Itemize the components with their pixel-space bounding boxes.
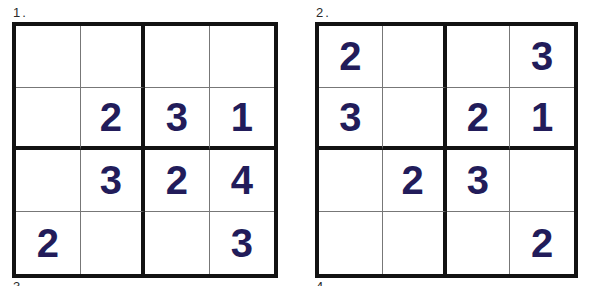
sudoku-empty-cell[interactable] [145,212,210,274]
sudoku-given-cell: 2 [16,212,81,274]
sudoku-given-cell: 3 [145,88,210,150]
sudoku-empty-cell[interactable] [81,26,146,88]
sudoku-given-cell: 2 [510,212,574,274]
puzzle-2-board: 23321232 [315,22,578,278]
sudoku-empty-cell[interactable] [16,150,81,212]
puzzle-2: 2. 23321232 [315,6,578,278]
sudoku-given-cell: 3 [81,150,146,212]
puzzle-1-board: 23132423 [12,22,278,278]
sudoku-empty-cell[interactable] [145,26,210,88]
sudoku-given-cell: 2 [145,150,210,212]
puzzle-2-label: 2. [316,6,578,20]
puzzle-1-label: 1. [13,6,278,20]
sudoku-given-cell: 4 [210,150,275,212]
sudoku-empty-cell[interactable] [383,26,447,88]
sudoku-given-cell: 2 [319,26,383,88]
sudoku-given-cell: 3 [510,26,574,88]
sudoku-given-cell: 3 [447,150,511,212]
puzzle-1: 1. 23132423 [12,6,278,278]
sudoku-empty-cell[interactable] [319,212,383,274]
sudoku-empty-cell[interactable] [447,212,511,274]
sudoku-empty-cell[interactable] [319,150,383,212]
sudoku-empty-cell[interactable] [510,150,574,212]
sudoku-empty-cell[interactable] [16,26,81,88]
sudoku-given-cell: 2 [81,88,146,150]
sudoku-given-cell: 3 [319,88,383,150]
sudoku-empty-cell[interactable] [383,212,447,274]
sudoku-empty-cell[interactable] [447,26,511,88]
sudoku-empty-cell[interactable] [210,26,275,88]
puzzle-4-label-cutoff: 4. [316,280,331,286]
sudoku-empty-cell[interactable] [81,212,146,274]
sudoku-empty-cell[interactable] [383,88,447,150]
sudoku-given-cell: 2 [447,88,511,150]
sudoku-given-cell: 2 [383,150,447,212]
sudoku-given-cell: 1 [210,88,275,150]
sudoku-given-cell: 3 [210,212,275,274]
sudoku-empty-cell[interactable] [16,88,81,150]
sudoku-given-cell: 1 [510,88,574,150]
puzzle-3-label-cutoff: 3. [13,280,28,286]
